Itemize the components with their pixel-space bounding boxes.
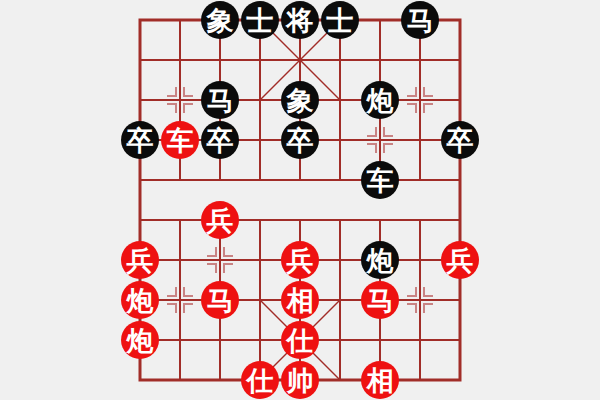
piece-red-soldier[interactable]: 兵 bbox=[201, 201, 239, 239]
piece-red-general[interactable]: 帅 bbox=[281, 361, 319, 399]
piece-black-general[interactable]: 将 bbox=[281, 1, 319, 39]
piece-red-advisor[interactable]: 仕 bbox=[241, 361, 279, 399]
piece-red-cannon[interactable]: 炮 bbox=[121, 281, 159, 319]
piece-black-soldier[interactable]: 卒 bbox=[441, 121, 479, 159]
piece-red-cannon[interactable]: 炮 bbox=[121, 321, 159, 359]
piece-red-horse[interactable]: 马 bbox=[361, 281, 399, 319]
piece-black-cannon[interactable]: 炮 bbox=[361, 81, 399, 119]
piece-red-elephant[interactable]: 相 bbox=[361, 361, 399, 399]
piece-red-soldier[interactable]: 兵 bbox=[441, 241, 479, 279]
pieces-layer: 象士将士马马象炮卒车卒卒卒车兵兵兵炮兵炮马相马炮仕仕帅相 bbox=[0, 0, 600, 400]
piece-black-horse[interactable]: 马 bbox=[201, 81, 239, 119]
piece-red-horse[interactable]: 马 bbox=[201, 281, 239, 319]
piece-red-soldier[interactable]: 兵 bbox=[281, 241, 319, 279]
piece-red-soldier[interactable]: 兵 bbox=[121, 241, 159, 279]
piece-black-advisor[interactable]: 士 bbox=[321, 1, 359, 39]
piece-red-advisor[interactable]: 仕 bbox=[281, 321, 319, 359]
xiangqi-board: 象士将士马马象炮卒车卒卒卒车兵兵兵炮兵炮马相马炮仕仕帅相 bbox=[0, 0, 600, 400]
piece-red-chariot[interactable]: 车 bbox=[161, 121, 199, 159]
piece-red-elephant[interactable]: 相 bbox=[281, 281, 319, 319]
piece-black-elephant[interactable]: 象 bbox=[281, 81, 319, 119]
piece-black-soldier[interactable]: 卒 bbox=[281, 121, 319, 159]
piece-black-soldier[interactable]: 卒 bbox=[121, 121, 159, 159]
piece-black-advisor[interactable]: 士 bbox=[241, 1, 279, 39]
piece-black-elephant[interactable]: 象 bbox=[201, 1, 239, 39]
piece-black-chariot[interactable]: 车 bbox=[361, 161, 399, 199]
piece-black-horse[interactable]: 马 bbox=[401, 1, 439, 39]
piece-black-soldier[interactable]: 卒 bbox=[201, 121, 239, 159]
piece-black-cannon[interactable]: 炮 bbox=[361, 241, 399, 279]
